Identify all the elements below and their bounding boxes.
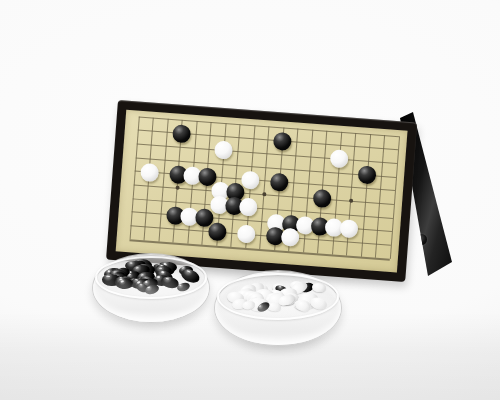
white-stone[interactable] (339, 219, 358, 238)
black-stone[interactable] (273, 131, 292, 150)
bowl-stone-white[interactable] (311, 283, 326, 293)
white-stone[interactable] (330, 149, 349, 168)
black-stone-bowl[interactable] (92, 253, 210, 323)
white-stone-bowl[interactable] (214, 270, 342, 346)
white-stone[interactable] (241, 170, 260, 189)
grid-line (375, 135, 385, 258)
grid-line (129, 117, 139, 240)
white-stone[interactable] (237, 225, 256, 244)
go-board-face[interactable] (116, 110, 408, 273)
white-stone[interactable] (214, 141, 233, 160)
black-stone[interactable] (312, 189, 331, 208)
white-stone[interactable] (280, 228, 299, 247)
product-photo (0, 0, 500, 400)
white-stone[interactable] (239, 197, 258, 216)
bowl-stone-white[interactable] (309, 296, 329, 311)
snap-rivet (416, 234, 427, 245)
black-stone[interactable] (208, 223, 227, 242)
grid-line (158, 119, 168, 242)
grid-line (389, 136, 399, 259)
black-stone[interactable] (357, 165, 376, 184)
white-stone[interactable] (140, 163, 159, 182)
bowl-stone-black[interactable] (179, 266, 201, 284)
grid-line (360, 134, 370, 257)
black-stone[interactable] (270, 172, 289, 191)
black-stone[interactable] (172, 124, 191, 143)
